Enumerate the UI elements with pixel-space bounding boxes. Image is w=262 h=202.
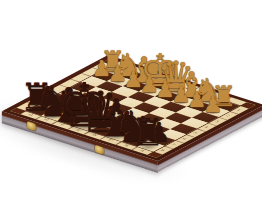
black-rook-a8[interactable]: ♜ xyxy=(131,115,165,153)
chess-set-scene: HGFEDCBA 12345678 ♜♞♝♚♛♝♞♜♟♟♟♟♟♟♟♟♟♟♟♟♟♟… xyxy=(0,0,262,202)
white-pawn-a2[interactable]: ♟ xyxy=(203,94,223,116)
